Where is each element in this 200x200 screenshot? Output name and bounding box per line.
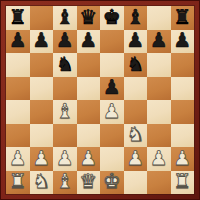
- square-a5[interactable]: [6, 77, 30, 101]
- piece-black-queen: ♛: [79, 7, 97, 27]
- square-f2[interactable]: ♟: [124, 147, 148, 171]
- piece-black-pawn: ♟: [9, 30, 27, 50]
- piece-white-pawn: ♟: [79, 148, 97, 168]
- piece-black-pawn: ♟: [79, 30, 97, 50]
- square-f1[interactable]: [124, 171, 148, 195]
- square-g3[interactable]: [147, 124, 171, 148]
- square-a7[interactable]: ♟: [6, 30, 30, 54]
- piece-white-knight: ♞: [126, 124, 144, 144]
- square-h7[interactable]: ♟: [171, 30, 195, 54]
- square-a1[interactable]: ♜: [6, 171, 30, 195]
- square-e1[interactable]: ♚: [100, 171, 124, 195]
- square-a8[interactable]: ♜: [6, 6, 30, 30]
- square-b8[interactable]: [30, 6, 54, 30]
- square-b7[interactable]: ♟: [30, 30, 54, 54]
- piece-white-pawn: ♟: [9, 148, 27, 168]
- square-b3[interactable]: [30, 124, 54, 148]
- square-f6[interactable]: ♞: [124, 53, 148, 77]
- square-a4[interactable]: [6, 100, 30, 124]
- square-d5[interactable]: [77, 77, 101, 101]
- square-g2[interactable]: ♟: [147, 147, 171, 171]
- piece-white-rook: ♜: [9, 171, 27, 191]
- square-e8[interactable]: ♚: [100, 6, 124, 30]
- piece-black-bishop: ♝: [56, 7, 74, 27]
- square-c7[interactable]: ♟: [53, 30, 77, 54]
- piece-white-pawn: ♟: [56, 148, 74, 168]
- piece-black-knight: ♞: [126, 54, 144, 74]
- square-e4[interactable]: ♟: [100, 100, 124, 124]
- square-a3[interactable]: [6, 124, 30, 148]
- square-c8[interactable]: ♝: [53, 6, 77, 30]
- square-a2[interactable]: ♟: [6, 147, 30, 171]
- square-c5[interactable]: [53, 77, 77, 101]
- square-d4[interactable]: [77, 100, 101, 124]
- square-e5[interactable]: ♟: [100, 77, 124, 101]
- square-a6[interactable]: [6, 53, 30, 77]
- square-c3[interactable]: [53, 124, 77, 148]
- square-g6[interactable]: [147, 53, 171, 77]
- chessboard-frame: ♜♝♛♚♝♜♟♟♟♟♟♟♟♞♞♟♝♟♞♟♟♟♟♟♟♟♜♞♝♛♚♜: [0, 0, 200, 200]
- piece-white-rook: ♜: [173, 171, 191, 191]
- piece-black-pawn: ♟: [173, 30, 191, 50]
- piece-white-pawn: ♟: [126, 148, 144, 168]
- square-d8[interactable]: ♛: [77, 6, 101, 30]
- square-c2[interactable]: ♟: [53, 147, 77, 171]
- piece-white-pawn: ♟: [150, 148, 168, 168]
- piece-white-pawn: ♟: [32, 148, 50, 168]
- piece-black-pawn: ♟: [32, 30, 50, 50]
- piece-white-pawn: ♟: [173, 148, 191, 168]
- square-g5[interactable]: [147, 77, 171, 101]
- piece-black-pawn: ♟: [126, 30, 144, 50]
- piece-black-pawn: ♟: [103, 77, 121, 97]
- piece-white-bishop: ♝: [56, 101, 74, 121]
- square-e7[interactable]: [100, 30, 124, 54]
- square-c6[interactable]: ♞: [53, 53, 77, 77]
- piece-black-king: ♚: [103, 7, 121, 27]
- square-h1[interactable]: ♜: [171, 171, 195, 195]
- chessboard: ♜♝♛♚♝♜♟♟♟♟♟♟♟♞♞♟♝♟♞♟♟♟♟♟♟♟♜♞♝♛♚♜: [5, 5, 195, 195]
- square-f7[interactable]: ♟: [124, 30, 148, 54]
- square-g1[interactable]: [147, 171, 171, 195]
- square-f8[interactable]: ♝: [124, 6, 148, 30]
- piece-white-king: ♚: [103, 171, 121, 191]
- square-d7[interactable]: ♟: [77, 30, 101, 54]
- square-h4[interactable]: [171, 100, 195, 124]
- square-e6[interactable]: [100, 53, 124, 77]
- square-h2[interactable]: ♟: [171, 147, 195, 171]
- square-h5[interactable]: [171, 77, 195, 101]
- square-b6[interactable]: [30, 53, 54, 77]
- square-e2[interactable]: [100, 147, 124, 171]
- square-b1[interactable]: ♞: [30, 171, 54, 195]
- square-e3[interactable]: [100, 124, 124, 148]
- piece-black-bishop: ♝: [126, 7, 144, 27]
- square-h8[interactable]: ♜: [171, 6, 195, 30]
- square-g8[interactable]: [147, 6, 171, 30]
- square-f5[interactable]: [124, 77, 148, 101]
- square-b4[interactable]: [30, 100, 54, 124]
- piece-black-pawn: ♟: [150, 30, 168, 50]
- square-f3[interactable]: ♞: [124, 124, 148, 148]
- piece-white-bishop: ♝: [56, 171, 74, 191]
- square-g4[interactable]: [147, 100, 171, 124]
- square-d6[interactable]: [77, 53, 101, 77]
- square-c4[interactable]: ♝: [53, 100, 77, 124]
- square-d1[interactable]: ♛: [77, 171, 101, 195]
- piece-black-knight: ♞: [56, 54, 74, 74]
- square-h6[interactable]: [171, 53, 195, 77]
- piece-white-queen: ♛: [79, 171, 97, 191]
- piece-white-knight: ♞: [32, 171, 50, 191]
- square-h3[interactable]: [171, 124, 195, 148]
- piece-white-pawn: ♟: [103, 101, 121, 121]
- piece-black-pawn: ♟: [56, 30, 74, 50]
- square-d3[interactable]: [77, 124, 101, 148]
- square-b5[interactable]: [30, 77, 54, 101]
- piece-black-rook: ♜: [173, 7, 191, 27]
- square-b2[interactable]: ♟: [30, 147, 54, 171]
- square-c1[interactable]: ♝: [53, 171, 77, 195]
- square-g7[interactable]: ♟: [147, 30, 171, 54]
- square-f4[interactable]: [124, 100, 148, 124]
- square-d2[interactable]: ♟: [77, 147, 101, 171]
- piece-black-rook: ♜: [9, 7, 27, 27]
